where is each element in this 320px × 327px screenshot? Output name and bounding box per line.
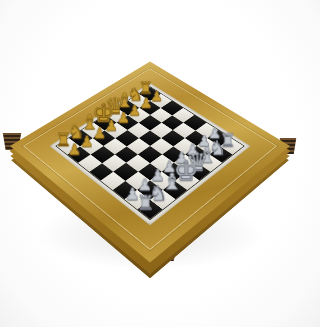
square-d4[interactable] bbox=[138, 130, 161, 146]
piece-gold-pawn-h2[interactable]: ♟ bbox=[66, 142, 83, 157]
brass-frame: ♜♟♟♜♞♟♟♞♝♟♟♝♛♟♟♛♚♟♟♚♝♟♟♝♞♟♟♞♜♟♟♜ bbox=[10, 62, 290, 263]
perspective-scene: ♜♟♟♜♞♟♟♞♝♟♟♝♛♟♟♛♚♟♟♚♝♟♟♝♞♟♟♞♜♟♟♜ bbox=[0, 0, 300, 327]
chess-board: ♜♟♟♜♞♟♟♞♝♟♟♝♛♟♟♛♚♟♟♚♝♟♟♝♞♟♟♞♜♟♟♜ bbox=[10, 62, 290, 263]
square-g5[interactable] bbox=[114, 163, 138, 181]
playing-area-border: ♜♟♟♜♞♟♟♞♝♟♟♝♛♟♟♛♚♟♟♚♝♟♟♝♞♟♟♞♜♟♟♜ bbox=[50, 83, 251, 225]
product-photo-stage: ♜♟♟♜♞♟♟♞♝♟♟♝♛♟♟♛♚♟♟♚♝♟♟♝♞♟♟♞♜♟♟♜ bbox=[0, 0, 300, 327]
chess-board-grid: ♜♟♟♜♞♟♟♞♝♟♟♝♛♟♟♛♚♟♟♚♝♟♟♝♞♟♟♞♜♟♟♜ bbox=[57, 87, 244, 219]
piece-silver-rook-h8[interactable]: ♜ bbox=[136, 193, 154, 213]
